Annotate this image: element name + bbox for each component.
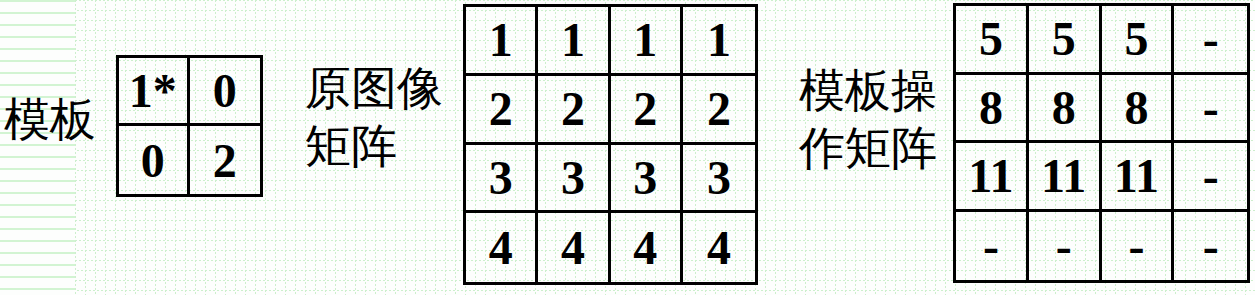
matrix-cell: - (1029, 212, 1102, 281)
template-operation-matrix-label-line2: 作矩阵 (799, 120, 937, 178)
original-image-matrix-label-line2: 矩阵 (305, 118, 443, 176)
matrix-cell: - (1174, 212, 1247, 281)
matrix-cell: 2 (190, 126, 261, 194)
matrix-cell: 1 (611, 7, 683, 76)
matrix-cell: 2 (538, 76, 610, 145)
matrix-cell: 1* (119, 58, 190, 126)
template-operation-matrix-label-line1: 模板操 (799, 62, 937, 120)
matrix-cell: - (1174, 75, 1247, 144)
matrix-cell: 1 (466, 7, 538, 76)
matrix-cell: 2 (466, 76, 538, 145)
matrix-cell: 0 (190, 58, 261, 126)
matrix-cell: 2 (611, 76, 683, 145)
matrix-cell: - (956, 212, 1029, 281)
matrix-cell: 3 (683, 145, 755, 214)
template-operation-matrix: 555-888-111111----- (953, 3, 1250, 283)
matrix-cell: 11 (1102, 143, 1175, 212)
original-image-matrix-label: 原图像 矩阵 (305, 60, 443, 176)
matrix-cell: 4 (611, 213, 683, 282)
original-image-matrix-label-line1: 原图像 (305, 60, 443, 118)
matrix-cell: 0 (119, 126, 190, 194)
matrix-cell: 4 (683, 213, 755, 282)
ruled-paper-background (0, 0, 75, 295)
matrix-cell: 1 (538, 7, 610, 76)
slide-canvas: 模板 1*002 原图像 矩阵 1111222233334444 模板操 作矩阵… (0, 0, 1255, 295)
matrix-cell: - (1102, 212, 1175, 281)
matrix-cell: 4 (466, 213, 538, 282)
matrix-cell: 8 (1102, 75, 1175, 144)
matrix-cell: 5 (956, 6, 1029, 75)
matrix-cell: 4 (538, 213, 610, 282)
template-label: 模板 (4, 94, 96, 146)
matrix-cell: 3 (538, 145, 610, 214)
template-matrix: 1*002 (116, 55, 263, 197)
matrix-cell: - (1174, 6, 1247, 75)
matrix-cell: 8 (956, 75, 1029, 144)
matrix-cell: 8 (1029, 75, 1102, 144)
matrix-cell: - (1174, 143, 1247, 212)
matrix-cell: 5 (1029, 6, 1102, 75)
matrix-cell: 3 (466, 145, 538, 214)
matrix-cell: 5 (1102, 6, 1175, 75)
matrix-cell: 11 (956, 143, 1029, 212)
template-operation-matrix-label: 模板操 作矩阵 (799, 62, 937, 178)
matrix-cell: 2 (683, 76, 755, 145)
matrix-cell: 3 (611, 145, 683, 214)
original-image-matrix: 1111222233334444 (463, 4, 758, 285)
matrix-cell: 11 (1029, 143, 1102, 212)
matrix-cell: 1 (683, 7, 755, 76)
